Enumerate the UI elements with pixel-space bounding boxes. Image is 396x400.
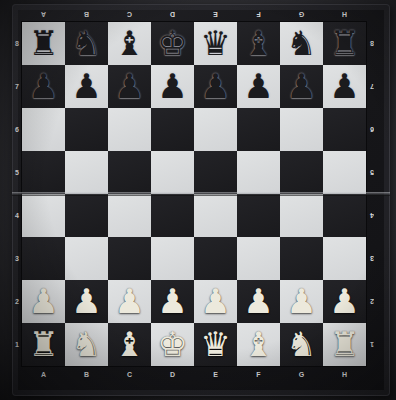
piece-black-pawn[interactable]: ♟ bbox=[200, 69, 230, 103]
piece-black-rook[interactable]: ♜ bbox=[329, 26, 359, 60]
square-g2[interactable]: ♟ bbox=[280, 280, 323, 323]
square-b8[interactable]: ♞ bbox=[65, 22, 108, 65]
rank-label-4: 4 bbox=[366, 194, 378, 237]
square-c2[interactable]: ♟ bbox=[108, 280, 151, 323]
piece-white-knight[interactable]: ♞ bbox=[71, 327, 101, 361]
piece-black-pawn[interactable]: ♟ bbox=[114, 69, 144, 103]
rank-label-5: 5 bbox=[12, 151, 22, 194]
piece-black-king[interactable]: ♚ bbox=[157, 26, 187, 60]
square-b7[interactable]: ♟ bbox=[65, 65, 108, 108]
square-e3[interactable] bbox=[194, 237, 237, 280]
square-b1[interactable]: ♞ bbox=[65, 323, 108, 366]
rank-label-3: 3 bbox=[12, 237, 22, 280]
square-d3[interactable] bbox=[151, 237, 194, 280]
rank-label-7: 7 bbox=[12, 65, 22, 108]
piece-black-bishop[interactable]: ♝ bbox=[114, 26, 144, 60]
square-h3[interactable] bbox=[323, 237, 366, 280]
rank-label-2: 2 bbox=[366, 280, 378, 323]
piece-white-king[interactable]: ♚ bbox=[157, 327, 187, 361]
file-label-d: D bbox=[151, 8, 194, 22]
rank-label-8: 8 bbox=[366, 22, 378, 65]
square-f2[interactable]: ♟ bbox=[237, 280, 280, 323]
square-f1[interactable]: ♝ bbox=[237, 323, 280, 366]
square-e8[interactable]: ♛ bbox=[194, 22, 237, 65]
rank-label-6: 6 bbox=[366, 108, 378, 151]
square-f6[interactable] bbox=[237, 108, 280, 151]
square-d4[interactable] bbox=[151, 194, 194, 237]
square-d6[interactable] bbox=[151, 108, 194, 151]
piece-white-rook[interactable]: ♜ bbox=[28, 327, 58, 361]
square-d1[interactable]: ♚ bbox=[151, 323, 194, 366]
rank-label-5: 5 bbox=[366, 151, 378, 194]
square-g4[interactable] bbox=[280, 194, 323, 237]
piece-white-pawn[interactable]: ♟ bbox=[114, 284, 144, 318]
file-label-g: G bbox=[280, 8, 323, 22]
square-b5[interactable] bbox=[65, 151, 108, 194]
square-h1[interactable]: ♜ bbox=[323, 323, 366, 366]
square-h7[interactable]: ♟ bbox=[323, 65, 366, 108]
piece-black-bishop[interactable]: ♝ bbox=[243, 26, 273, 60]
file-label-a: A bbox=[22, 367, 65, 381]
square-f8[interactable]: ♝ bbox=[237, 22, 280, 65]
file-label-h: H bbox=[323, 8, 366, 22]
piece-black-pawn[interactable]: ♟ bbox=[28, 69, 58, 103]
square-b3[interactable] bbox=[65, 237, 108, 280]
piece-white-bishop[interactable]: ♝ bbox=[114, 327, 144, 361]
square-a6[interactable] bbox=[22, 108, 65, 151]
square-c3[interactable] bbox=[108, 237, 151, 280]
piece-white-pawn[interactable]: ♟ bbox=[71, 284, 101, 318]
square-h2[interactable]: ♟ bbox=[323, 280, 366, 323]
square-a2[interactable]: ♟ bbox=[22, 280, 65, 323]
square-f7[interactable]: ♟ bbox=[237, 65, 280, 108]
file-label-b: B bbox=[65, 367, 108, 381]
square-b2[interactable]: ♟ bbox=[65, 280, 108, 323]
piece-black-pawn[interactable]: ♟ bbox=[286, 69, 316, 103]
square-g7[interactable]: ♟ bbox=[280, 65, 323, 108]
square-f5[interactable] bbox=[237, 151, 280, 194]
square-a3[interactable] bbox=[22, 237, 65, 280]
file-label-d: D bbox=[151, 367, 194, 381]
rank-label-2: 2 bbox=[12, 280, 22, 323]
file-label-b: B bbox=[65, 8, 108, 22]
square-g1[interactable]: ♞ bbox=[280, 323, 323, 366]
chess-board: ♜♞♝♚♛♝♞♜♟♟♟♟♟♟♟♟♟♟♟♟♟♟♟♟♜♞♝♚♛♝♞♜ bbox=[22, 22, 366, 366]
file-label-e: E bbox=[194, 367, 237, 381]
piece-black-knight[interactable]: ♞ bbox=[71, 26, 101, 60]
square-a7[interactable]: ♟ bbox=[22, 65, 65, 108]
square-d5[interactable] bbox=[151, 151, 194, 194]
square-d8[interactable]: ♚ bbox=[151, 22, 194, 65]
square-b6[interactable] bbox=[65, 108, 108, 151]
square-b4[interactable] bbox=[65, 194, 108, 237]
file-label-h: H bbox=[323, 367, 366, 381]
square-h4[interactable] bbox=[323, 194, 366, 237]
piece-white-pawn[interactable]: ♟ bbox=[243, 284, 273, 318]
piece-black-pawn[interactable]: ♟ bbox=[157, 69, 187, 103]
piece-white-pawn[interactable]: ♟ bbox=[157, 284, 187, 318]
square-e5[interactable] bbox=[194, 151, 237, 194]
square-c7[interactable]: ♟ bbox=[108, 65, 151, 108]
file-label-a: A bbox=[22, 8, 65, 22]
rank-label-6: 6 bbox=[12, 108, 22, 151]
square-g6[interactable] bbox=[280, 108, 323, 151]
square-a1[interactable]: ♜ bbox=[22, 323, 65, 366]
square-e2[interactable]: ♟ bbox=[194, 280, 237, 323]
square-g5[interactable] bbox=[280, 151, 323, 194]
square-a4[interactable] bbox=[22, 194, 65, 237]
rank-label-1: 1 bbox=[366, 323, 378, 366]
piece-white-pawn[interactable]: ♟ bbox=[200, 284, 230, 318]
square-f3[interactable] bbox=[237, 237, 280, 280]
rank-label-8: 8 bbox=[12, 22, 22, 65]
piece-white-rook[interactable]: ♜ bbox=[329, 327, 359, 361]
square-h6[interactable] bbox=[323, 108, 366, 151]
piece-white-bishop[interactable]: ♝ bbox=[243, 327, 273, 361]
piece-white-pawn[interactable]: ♟ bbox=[28, 284, 58, 318]
rank-label-3: 3 bbox=[366, 237, 378, 280]
square-a8[interactable]: ♜ bbox=[22, 22, 65, 65]
file-label-f: F bbox=[237, 8, 280, 22]
rank-label-7: 7 bbox=[366, 65, 378, 108]
square-c1[interactable]: ♝ bbox=[108, 323, 151, 366]
piece-black-rook[interactable]: ♜ bbox=[28, 26, 58, 60]
square-g8[interactable]: ♞ bbox=[280, 22, 323, 65]
file-labels-top: ABCDEFGH bbox=[22, 8, 366, 22]
file-label-c: C bbox=[108, 8, 151, 22]
piece-white-pawn[interactable]: ♟ bbox=[329, 284, 359, 318]
piece-white-queen[interactable]: ♛ bbox=[200, 327, 230, 361]
piece-black-queen[interactable]: ♛ bbox=[200, 26, 230, 60]
file-labels-bottom: ABCDEFGH bbox=[22, 367, 366, 381]
rank-labels-right: 87654321 bbox=[366, 22, 378, 366]
piece-black-knight[interactable]: ♞ bbox=[286, 26, 316, 60]
piece-black-pawn[interactable]: ♟ bbox=[329, 69, 359, 103]
square-e4[interactable] bbox=[194, 194, 237, 237]
rank-label-4: 4 bbox=[12, 194, 22, 237]
file-label-c: C bbox=[108, 367, 151, 381]
square-d7[interactable]: ♟ bbox=[151, 65, 194, 108]
square-h5[interactable] bbox=[323, 151, 366, 194]
square-c4[interactable] bbox=[108, 194, 151, 237]
piece-white-pawn[interactable]: ♟ bbox=[286, 284, 316, 318]
piece-black-pawn[interactable]: ♟ bbox=[71, 69, 101, 103]
square-c8[interactable]: ♝ bbox=[108, 22, 151, 65]
rank-label-1: 1 bbox=[12, 323, 22, 366]
square-e7[interactable]: ♟ bbox=[194, 65, 237, 108]
photo-background: ABCDEFGH ABCDEFGH 87654321 87654321 ♜♞♝♚… bbox=[0, 0, 396, 400]
square-e1[interactable]: ♛ bbox=[194, 323, 237, 366]
square-e6[interactable] bbox=[194, 108, 237, 151]
square-d2[interactable]: ♟ bbox=[151, 280, 194, 323]
file-label-f: F bbox=[237, 367, 280, 381]
rank-labels-left: 87654321 bbox=[12, 22, 22, 366]
file-label-g: G bbox=[280, 367, 323, 381]
file-label-e: E bbox=[194, 8, 237, 22]
chess-set-frame: ABCDEFGH ABCDEFGH 87654321 87654321 ♜♞♝♚… bbox=[12, 4, 390, 396]
piece-white-knight[interactable]: ♞ bbox=[286, 327, 316, 361]
square-c6[interactable] bbox=[108, 108, 151, 151]
square-g3[interactable] bbox=[280, 237, 323, 280]
square-c5[interactable] bbox=[108, 151, 151, 194]
square-a5[interactable] bbox=[22, 151, 65, 194]
square-f4[interactable] bbox=[237, 194, 280, 237]
square-h8[interactable]: ♜ bbox=[323, 22, 366, 65]
piece-black-pawn[interactable]: ♟ bbox=[243, 69, 273, 103]
